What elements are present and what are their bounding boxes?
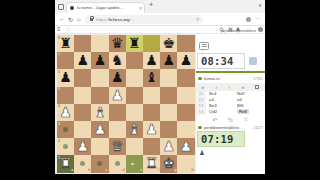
square-h3[interactable] [177, 121, 194, 138]
square-c1[interactable]: c [91, 155, 108, 172]
player-name[interactable]: perdidoenmitablero [204, 125, 239, 130]
opponent-name[interactable]: koma-in [204, 76, 220, 81]
browser-menu-ellipsis-icon[interactable]: … [256, 14, 262, 20]
square-d3[interactable] [109, 121, 126, 138]
square-h7[interactable]: ♟ [177, 52, 194, 69]
last-move-button[interactable]: » [241, 83, 244, 91]
square-c8[interactable] [91, 35, 108, 52]
online-dot-icon [198, 126, 202, 130]
square-b6[interactable] [74, 69, 91, 86]
square-a8[interactable]: ♜8 [57, 35, 74, 52]
user-avatar-icon[interactable] [258, 27, 263, 32]
piece-white-pawn[interactable]: ♟ [177, 138, 194, 155]
square-f6[interactable]: ♝ [143, 69, 160, 86]
square-d6[interactable]: ♟ [109, 69, 126, 86]
coord-label: c [106, 168, 108, 172]
square-a1[interactable]: ♜a1 [57, 155, 74, 172]
piece-white-pawn[interactable]: ♟ [160, 138, 177, 155]
piece-white-pawn[interactable]: ♟ [109, 87, 126, 104]
move-dest-dot[interactable] [115, 161, 120, 166]
square-f1[interactable]: ♜f [143, 155, 160, 172]
square-e8[interactable]: ♜ [126, 35, 143, 52]
coord-label: 7 [58, 53, 60, 57]
square-b7[interactable]: ♟ [74, 52, 91, 69]
game-action-bar: ↶ ½ ⚐ [196, 115, 265, 124]
browser-profile-avatar[interactable] [246, 17, 251, 22]
player-clock-active: 07:19 [197, 131, 245, 147]
piece-black-knight[interactable]: ♞ [109, 52, 126, 69]
move-dest-dot[interactable] [63, 127, 68, 132]
player-row: perdidoenmitablero 2027 [196, 124, 265, 131]
game-page: ♜8♛♜♚7♟♟♞♟♟♟♟6♟♝5♟♟4♝3♟♝♟2♟♛♟♟♜a1bcde♜f♚… [55, 34, 265, 174]
chat-bubble-icon[interactable] [199, 42, 209, 50]
online-dot-icon [198, 77, 202, 81]
resign-flag-button[interactable]: ⚐ [244, 117, 249, 123]
coord-label: 1 [58, 156, 60, 160]
tab-close-icon[interactable]: × [139, 5, 142, 11]
piece-black-pawn[interactable]: ♟ [91, 52, 108, 69]
move-dest-dot[interactable] [63, 144, 68, 149]
move-dest-dot[interactable] [131, 163, 134, 165]
piece-white-queen[interactable]: ♛ [109, 138, 126, 155]
square-f2[interactable] [143, 138, 160, 155]
square-g5[interactable] [160, 87, 177, 104]
square-d2[interactable]: ♛ [109, 138, 126, 155]
square-d7[interactable]: ♞ [109, 52, 126, 69]
piece-black-bishop[interactable]: ♝ [143, 69, 160, 86]
square-h2[interactable]: ♟ [177, 138, 194, 155]
lichess-logo-icon[interactable]: ♘ [66, 26, 72, 34]
piece-white-pawn[interactable]: ♟ [91, 121, 108, 138]
draw-offer-button[interactable]: ½ [228, 117, 233, 123]
coord-label: d [123, 168, 125, 172]
browser-window: tu turno - Jugar ajedre… × + ∨ ← ↻ ⌂ htt… [55, 0, 265, 174]
square-d5[interactable]: ♟ [109, 87, 126, 104]
tab-list-chevron-icon[interactable]: ∨ [258, 2, 262, 8]
coord-label: 2 [58, 139, 60, 143]
square-c5[interactable] [91, 87, 108, 104]
url-text: https://lichess.org/… [96, 17, 135, 22]
piece-black-rook[interactable]: ♜ [126, 35, 143, 52]
chess-board[interactable]: ♜8♛♜♚7♟♟♞♟♟♟♟6♟♝5♟♟4♝3♟♝♟2♟♛♟♟♜a1bcde♜f♚… [57, 35, 195, 173]
piece-black-queen[interactable]: ♛ [109, 35, 126, 52]
square-c6[interactable] [91, 69, 108, 86]
piece-white-bishop[interactable]: ♝ [91, 104, 108, 121]
browser-tab-bar: tu turno - Jugar ajedre… × + ∨ [55, 0, 265, 13]
square-c3[interactable]: ♟ [91, 121, 108, 138]
home-icon[interactable]: ⌂ [77, 16, 81, 22]
piece-black-pawn[interactable]: ♟ [109, 69, 126, 86]
coord-label: 4 [58, 104, 60, 108]
piece-white-bishop[interactable]: ♝ [126, 121, 143, 138]
refresh-icon[interactable]: ↻ [68, 16, 73, 23]
player-rating: 2027 [253, 125, 263, 130]
takeback-button[interactable]: ↶ [212, 117, 217, 123]
square-e7[interactable] [126, 52, 143, 69]
coord-label: h [191, 168, 193, 172]
square-d8[interactable]: ♛ [109, 35, 126, 52]
square-a5[interactable]: 5 [57, 87, 74, 104]
square-e4[interactable] [126, 104, 143, 121]
lock-icon [90, 18, 93, 21]
piece-black-pawn[interactable]: ♟ [160, 52, 177, 69]
url-field[interactable]: https://lichess.org/… ☆ [85, 15, 203, 24]
captured-piece-icon: ♟ [199, 149, 205, 157]
square-h4[interactable] [177, 104, 194, 121]
square-g4[interactable] [160, 104, 177, 121]
first-move-button[interactable]: « [202, 83, 205, 91]
square-g8[interactable]: ♚ [160, 35, 177, 52]
square-e1[interactable]: e [126, 155, 143, 172]
opponent-rating: 2790 [253, 76, 263, 81]
square-c2[interactable] [91, 138, 108, 155]
square-h5[interactable] [177, 87, 194, 104]
browser-address-bar: ← ↻ ⌂ https://lichess.org/… ☆ … [55, 13, 265, 26]
square-e5[interactable] [126, 87, 143, 104]
tab-search-icon[interactable] [58, 4, 64, 10]
move-nav-bar: « ‹ › » [196, 83, 265, 91]
square-h8[interactable] [177, 35, 194, 52]
coord-label: b [88, 168, 90, 172]
piece-white-pawn[interactable]: ♟ [74, 138, 91, 155]
square-c7[interactable]: ♟ [91, 52, 108, 69]
coord-label: 3 [58, 122, 60, 126]
square-e6[interactable] [126, 69, 143, 86]
square-f3[interactable]: ♟ [143, 121, 160, 138]
square-b2[interactable]: ♟ [74, 138, 91, 155]
coord-label: f [158, 168, 159, 172]
square-b4[interactable] [74, 104, 91, 121]
coord-label: e [140, 168, 142, 172]
square-h1[interactable]: h [177, 155, 194, 172]
piece-black-pawn[interactable]: ♟ [177, 52, 194, 69]
opponent-clock: 08:34 [197, 53, 245, 69]
square-a4[interactable]: ♟4 [57, 104, 74, 121]
square-f4[interactable] [143, 104, 160, 121]
tab-title: tu turno - Jugar ajedre… [77, 5, 135, 10]
square-e3[interactable]: ♝ [126, 121, 143, 138]
square-g6[interactable] [160, 69, 177, 86]
square-g3[interactable] [160, 121, 177, 138]
square-d1[interactable]: d [109, 155, 126, 172]
opponent-player-row: koma-in 2790 [196, 75, 265, 82]
square-g2[interactable]: ♟ [160, 138, 177, 155]
piece-black-pawn[interactable]: ♟ [74, 52, 91, 69]
move-list[interactable]: 11Bc4Nd712a4a613Be3Bf614Qd2Re8 [196, 91, 265, 115]
give-time-button[interactable] [249, 57, 257, 65]
square-h6[interactable] [177, 69, 194, 86]
game-side-panel: 08:34 koma-in 2790 « ‹ › » 11Bc4Nd712a4a… [196, 34, 265, 174]
square-a3[interactable]: 3 [57, 121, 74, 138]
square-a6[interactable]: ♟6 [57, 69, 74, 86]
square-f8[interactable] [143, 35, 160, 52]
coord-label: 5 [58, 87, 60, 91]
piece-white-pawn[interactable]: ♟ [143, 121, 160, 138]
piece-black-king[interactable]: ♚ [160, 35, 177, 52]
coord-label: 6 [58, 70, 60, 74]
square-f5[interactable] [143, 87, 160, 104]
piece-black-pawn[interactable]: ♟ [143, 52, 160, 69]
screenshot-stage: tu turno - Jugar ajedre… × + ∨ ← ↻ ⌂ htt… [0, 0, 320, 180]
analysis-board-icon[interactable] [255, 85, 259, 89]
square-a2[interactable]: 2 [57, 138, 74, 155]
square-b3[interactable] [74, 121, 91, 138]
square-a7[interactable]: 7 [57, 52, 74, 69]
back-icon[interactable]: ← [59, 16, 65, 22]
square-c4[interactable]: ♝ [91, 104, 108, 121]
prev-move-button[interactable]: ‹ [216, 83, 218, 91]
browser-tab[interactable]: tu turno - Jugar ajedre… × [66, 2, 145, 13]
square-b5[interactable] [74, 87, 91, 104]
square-g7[interactable]: ♟ [160, 52, 177, 69]
coord-label: g [174, 168, 176, 172]
coord-label: 8 [58, 36, 60, 40]
header-username[interactable]: perdidoenmitablero [221, 28, 256, 33]
coord-label: a [71, 168, 73, 172]
move-dest-dot[interactable] [80, 161, 85, 166]
move-dest-dot[interactable] [97, 161, 102, 166]
square-f7[interactable]: ♟ [143, 52, 160, 69]
clock-progress-bar [196, 71, 265, 73]
square-e2[interactable] [126, 138, 143, 155]
favorite-star-icon[interactable]: ☆ [196, 16, 200, 22]
square-g1[interactable]: ♚g [160, 155, 177, 172]
lichess-header: ≡ ♘ perdidoenmitablero [55, 26, 265, 34]
hamburger-menu-icon[interactable]: ≡ [57, 26, 61, 32]
next-move-button[interactable]: › [229, 83, 231, 91]
square-b1[interactable]: b [74, 155, 91, 172]
new-tab-button[interactable]: + [149, 1, 153, 8]
square-b8[interactable] [74, 35, 91, 52]
site-favicon [70, 6, 74, 10]
square-d4[interactable] [109, 104, 126, 121]
